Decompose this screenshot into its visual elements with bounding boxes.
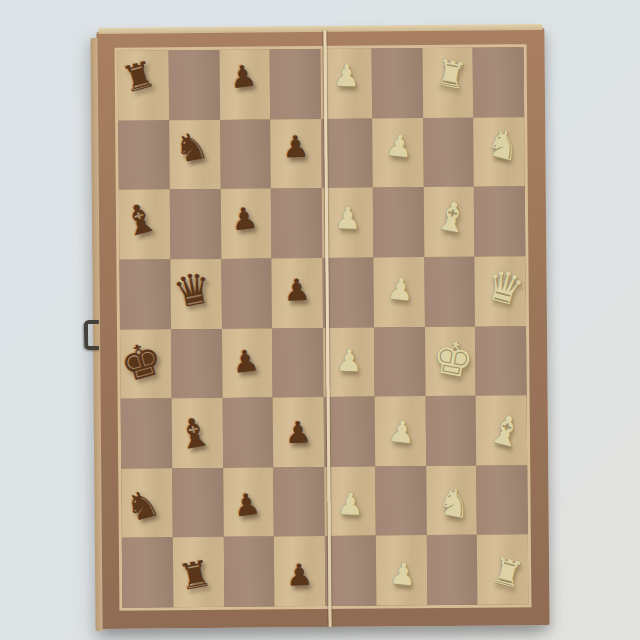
square-r6c7[interactable]	[425, 396, 476, 466]
piece-dark-bishop[interactable]: ♝	[118, 196, 163, 244]
piece-light-rook[interactable]: ♜	[431, 54, 469, 95]
piece-dark-pawn[interactable]: ♟	[281, 132, 309, 163]
square-r5c8[interactable]	[475, 326, 526, 396]
square-r8c6[interactable]: ♟	[376, 535, 427, 605]
square-r3c8[interactable]	[474, 186, 525, 256]
square-r2c3[interactable]	[220, 119, 271, 189]
square-r4c4[interactable]: ♟	[272, 258, 323, 328]
square-r5c3[interactable]: ♟	[221, 328, 272, 398]
square-r4c2[interactable]: ♛	[170, 259, 221, 329]
piece-dark-pawn[interactable]: ♟	[283, 275, 311, 306]
square-r8c8[interactable]: ♜	[477, 535, 528, 605]
square-r4c7[interactable]	[424, 257, 475, 327]
piece-light-king[interactable]: ♚	[429, 333, 478, 386]
square-r1c3[interactable]: ♟	[219, 49, 270, 119]
square-r8c7[interactable]	[426, 535, 477, 605]
square-r5c2[interactable]	[171, 328, 222, 398]
square-r2c5[interactable]	[321, 118, 372, 188]
square-r7c8[interactable]	[476, 465, 527, 535]
square-r8c5[interactable]	[325, 536, 376, 606]
piece-dark-knight[interactable]: ♞	[171, 126, 212, 170]
piece-light-rook[interactable]: ♜	[487, 552, 527, 595]
square-r5c4[interactable]	[272, 328, 323, 398]
square-r4c5[interactable]	[322, 257, 373, 327]
square-r4c3[interactable]	[221, 258, 272, 328]
square-r6c3[interactable]	[222, 398, 273, 468]
piece-dark-pawn[interactable]: ♟	[229, 203, 259, 236]
square-r6c6[interactable]: ♟	[374, 396, 425, 466]
square-r1c2[interactable]	[168, 50, 219, 120]
piece-light-pawn[interactable]: ♟	[386, 273, 416, 306]
square-r1c8[interactable]	[473, 47, 524, 117]
piece-light-queen[interactable]: ♛	[480, 262, 528, 313]
square-r3c5[interactable]: ♟	[322, 188, 373, 258]
square-r7c1[interactable]: ♞	[121, 468, 172, 538]
square-r3c7[interactable]: ♝	[423, 187, 474, 257]
square-r5c7[interactable]: ♚	[424, 326, 475, 396]
piece-light-bishop[interactable]: ♝	[431, 194, 473, 240]
square-r4c6[interactable]: ♟	[373, 257, 424, 327]
square-r4c1[interactable]	[119, 259, 170, 329]
board-inner-border: ♜♟♟♜♞♟♟♞♝♟♟♝♛♟♟♛♚♟♟♚♝♟♟♝♞♟♟♞♜♟♟♜	[115, 44, 532, 611]
latch-clasp-icon	[84, 320, 99, 350]
piece-dark-pawn[interactable]: ♟	[232, 488, 262, 521]
square-r1c6[interactable]	[371, 48, 422, 118]
square-r1c5[interactable]: ♟	[321, 49, 372, 119]
square-r6c8[interactable]: ♝	[476, 395, 527, 465]
piece-dark-pawn[interactable]: ♟	[285, 560, 313, 591]
square-r6c2[interactable]: ♝	[171, 398, 222, 468]
piece-dark-rook[interactable]: ♜	[119, 56, 160, 99]
square-r7c2[interactable]	[172, 468, 223, 538]
square-r3c2[interactable]	[170, 189, 221, 259]
square-r4c8[interactable]: ♛	[475, 256, 526, 326]
piece-light-knight[interactable]: ♞	[434, 481, 474, 524]
piece-light-pawn[interactable]: ♟	[388, 558, 418, 591]
piece-light-pawn[interactable]: ♟	[337, 488, 365, 519]
square-r1c7[interactable]: ♜	[422, 48, 473, 118]
piece-light-pawn[interactable]: ♟	[387, 416, 417, 449]
piece-dark-pawn[interactable]: ♟	[230, 346, 260, 379]
piece-light-bishop[interactable]: ♝	[483, 407, 528, 455]
piece-light-pawn[interactable]: ♟	[335, 346, 363, 377]
board-top-edge	[98, 24, 542, 34]
square-r2c4[interactable]: ♟	[270, 119, 321, 189]
square-r1c1[interactable]: ♜	[118, 50, 169, 120]
square-r8c2[interactable]: ♜	[173, 537, 224, 607]
piece-dark-pawn[interactable]: ♟	[284, 417, 312, 448]
square-r3c3[interactable]: ♟	[220, 189, 271, 259]
piece-dark-rook[interactable]: ♜	[176, 555, 215, 597]
square-r8c1[interactable]	[122, 538, 173, 608]
square-r6c5[interactable]	[324, 397, 375, 467]
square-r7c7[interactable]: ♞	[426, 465, 477, 535]
square-r2c2[interactable]: ♞	[169, 120, 220, 190]
square-r8c3[interactable]	[223, 537, 274, 607]
board-grid: ♜♟♟♜♞♟♟♞♝♟♟♝♛♟♟♛♚♟♟♚♝♟♟♝♞♟♟♞♜♟♟♜	[118, 47, 529, 608]
square-r5c5[interactable]: ♟	[323, 327, 374, 397]
square-r7c4[interactable]	[273, 467, 324, 537]
square-r3c6[interactable]	[373, 187, 424, 257]
square-r3c4[interactable]	[271, 188, 322, 258]
piece-light-pawn[interactable]: ♟	[334, 203, 362, 234]
square-r8c4[interactable]: ♟	[274, 536, 325, 606]
square-r1c4[interactable]	[270, 49, 321, 119]
square-r6c4[interactable]: ♟	[273, 397, 324, 467]
square-r2c6[interactable]: ♟	[372, 118, 423, 188]
piece-dark-bishop[interactable]: ♝	[173, 410, 216, 456]
square-r5c6[interactable]	[374, 327, 425, 397]
square-r6c1[interactable]	[121, 398, 172, 468]
piece-dark-pawn[interactable]: ♟	[228, 60, 258, 93]
square-r7c3[interactable]: ♟	[223, 467, 274, 537]
square-r5c1[interactable]: ♚	[120, 329, 171, 399]
square-r2c7[interactable]	[423, 117, 474, 187]
photo-background: ♜♟♟♜♞♟♟♞♝♟♟♝♛♟♟♛♚♟♟♚♝♟♟♝♞♟♟♞♜♟♟♜	[0, 0, 640, 640]
piece-light-pawn[interactable]: ♟	[384, 130, 414, 163]
square-r3c1[interactable]: ♝	[119, 190, 170, 260]
square-r7c6[interactable]	[375, 466, 426, 536]
piece-light-knight[interactable]: ♞	[482, 123, 525, 168]
piece-light-pawn[interactable]: ♟	[333, 60, 361, 91]
piece-dark-knight[interactable]: ♞	[121, 482, 164, 528]
square-r2c8[interactable]: ♞	[473, 117, 524, 187]
piece-dark-king[interactable]: ♚	[116, 334, 168, 389]
chess-board: ♜♟♟♜♞♟♟♞♝♟♟♝♛♟♟♛♚♟♟♚♝♟♟♝♞♟♟♞♜♟♟♜	[96, 28, 549, 629]
square-r2c1[interactable]	[118, 120, 169, 190]
square-r7c5[interactable]: ♟	[324, 466, 375, 536]
piece-dark-queen[interactable]: ♛	[170, 266, 216, 316]
